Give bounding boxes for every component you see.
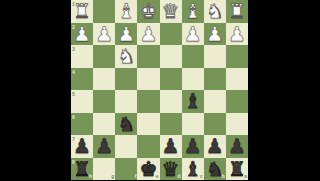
square-f3[interactable]: ♞: [115, 45, 137, 68]
piece-black-pawn[interactable]: ♟: [204, 135, 226, 158]
square-h2[interactable]: ♟2: [71, 23, 93, 46]
square-h3[interactable]: 3: [71, 45, 93, 68]
square-g3[interactable]: [93, 45, 115, 68]
square-g5[interactable]: [93, 90, 115, 113]
square-d7[interactable]: ♟: [160, 135, 182, 158]
square-b8[interactable]: ♞b: [204, 158, 226, 181]
square-c7[interactable]: ♟: [182, 135, 204, 158]
square-a2[interactable]: ♟: [226, 23, 248, 46]
square-f6[interactable]: ♞: [115, 113, 137, 136]
square-h7[interactable]: ♟7: [71, 135, 93, 158]
piece-white-pawn[interactable]: ♟: [204, 23, 226, 46]
square-a8[interactable]: ♜a: [226, 158, 248, 181]
square-b3[interactable]: [204, 45, 226, 68]
square-h8[interactable]: ♜8h: [71, 158, 93, 181]
square-h6[interactable]: 6: [71, 113, 93, 136]
chessboard: ♜1♝♚♛♝♞♜♟2♟♟♟♟♟♟3♞45♝6♞♟7♟♟♟♟♟♜8hgf♚e♛d♝…: [71, 0, 248, 180]
square-e3[interactable]: [137, 45, 159, 68]
letterbox-right: [248, 0, 320, 180]
piece-white-queen[interactable]: ♛: [160, 0, 182, 23]
square-c1[interactable]: ♝: [182, 0, 204, 23]
piece-black-queen[interactable]: ♛: [160, 158, 182, 181]
square-b4[interactable]: [204, 68, 226, 91]
square-g6[interactable]: [93, 113, 115, 136]
square-g4[interactable]: [93, 68, 115, 91]
square-g7[interactable]: ♟: [93, 135, 115, 158]
square-c2[interactable]: ♟: [182, 23, 204, 46]
square-e8[interactable]: ♚e: [137, 158, 159, 181]
piece-white-pawn[interactable]: ♟: [182, 23, 204, 46]
piece-white-king[interactable]: ♚: [137, 0, 159, 23]
piece-black-pawn[interactable]: ♟: [226, 135, 248, 158]
square-f4[interactable]: [115, 68, 137, 91]
piece-white-pawn[interactable]: ♟: [93, 23, 115, 46]
letterbox-left: [0, 0, 71, 180]
square-d5[interactable]: [160, 90, 182, 113]
square-f8[interactable]: f: [115, 158, 137, 181]
piece-black-pawn[interactable]: ♟: [93, 135, 115, 158]
rank-label-4: 4: [72, 69, 75, 75]
square-g1[interactable]: [93, 0, 115, 23]
piece-white-pawn[interactable]: ♟: [226, 23, 248, 46]
square-h4[interactable]: 4: [71, 68, 93, 91]
square-c8[interactable]: ♝c: [182, 158, 204, 181]
piece-white-rook[interactable]: ♜: [71, 0, 93, 23]
piece-black-pawn[interactable]: ♟: [160, 135, 182, 158]
piece-white-pawn[interactable]: ♟: [115, 23, 137, 46]
square-a1[interactable]: ♜: [226, 0, 248, 23]
square-c5[interactable]: ♝: [182, 90, 204, 113]
square-d2[interactable]: [160, 23, 182, 46]
piece-black-pawn[interactable]: ♟: [182, 135, 204, 158]
square-d4[interactable]: [160, 68, 182, 91]
piece-black-rook[interactable]: ♜: [71, 158, 93, 181]
square-g8[interactable]: g: [93, 158, 115, 181]
square-a5[interactable]: [226, 90, 248, 113]
file-label-g: g: [111, 173, 114, 179]
square-g2[interactable]: ♟: [93, 23, 115, 46]
square-b1[interactable]: ♞: [204, 0, 226, 23]
square-h1[interactable]: ♜1: [71, 0, 93, 23]
square-b2[interactable]: ♟: [204, 23, 226, 46]
square-f7[interactable]: [115, 135, 137, 158]
square-d8[interactable]: ♛d: [160, 158, 182, 181]
piece-white-bishop[interactable]: ♝: [182, 0, 204, 23]
piece-black-king[interactable]: ♚: [137, 158, 159, 181]
square-a7[interactable]: ♟: [226, 135, 248, 158]
square-b7[interactable]: ♟: [204, 135, 226, 158]
piece-black-knight[interactable]: ♞: [204, 158, 226, 181]
square-f1[interactable]: ♝: [115, 0, 137, 23]
square-d6[interactable]: [160, 113, 182, 136]
square-c3[interactable]: [182, 45, 204, 68]
square-e6[interactable]: [137, 113, 159, 136]
square-f2[interactable]: ♟: [115, 23, 137, 46]
square-f5[interactable]: [115, 90, 137, 113]
square-c6[interactable]: [182, 113, 204, 136]
piece-black-rook[interactable]: ♜: [226, 158, 248, 181]
piece-black-knight[interactable]: ♞: [115, 113, 137, 136]
square-b6[interactable]: [204, 113, 226, 136]
rank-label-6: 6: [72, 114, 75, 120]
piece-white-rook[interactable]: ♜: [226, 0, 248, 23]
square-a4[interactable]: [226, 68, 248, 91]
square-e5[interactable]: [137, 90, 159, 113]
square-e4[interactable]: [137, 68, 159, 91]
piece-white-pawn[interactable]: ♟: [71, 23, 93, 46]
piece-white-pawn[interactable]: ♟: [137, 23, 159, 46]
rank-label-3: 3: [72, 46, 75, 52]
square-e2[interactable]: ♟: [137, 23, 159, 46]
piece-white-knight[interactable]: ♞: [204, 0, 226, 23]
piece-black-bishop[interactable]: ♝: [182, 90, 204, 113]
piece-white-bishop[interactable]: ♝: [115, 0, 137, 23]
square-b5[interactable]: [204, 90, 226, 113]
piece-black-pawn[interactable]: ♟: [71, 135, 93, 158]
square-a6[interactable]: [226, 113, 248, 136]
square-h5[interactable]: 5: [71, 90, 93, 113]
square-d3[interactable]: [160, 45, 182, 68]
file-label-f: f: [135, 173, 137, 179]
piece-black-bishop[interactable]: ♝: [182, 158, 204, 181]
square-e1[interactable]: ♚: [137, 0, 159, 23]
rank-label-5: 5: [72, 91, 75, 97]
square-a3[interactable]: [226, 45, 248, 68]
square-e7[interactable]: [137, 135, 159, 158]
square-c4[interactable]: [182, 68, 204, 91]
square-d1[interactable]: ♛: [160, 0, 182, 23]
piece-white-knight[interactable]: ♞: [115, 45, 137, 68]
